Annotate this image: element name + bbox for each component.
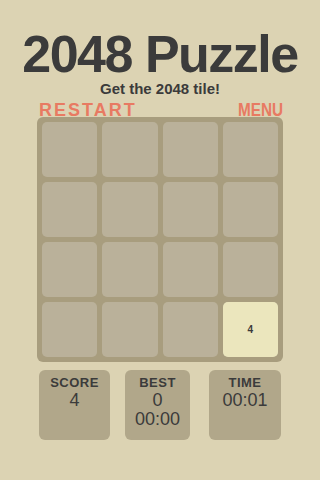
grid-cell (42, 122, 97, 177)
grid-cell (163, 182, 218, 237)
grid-cell (223, 182, 278, 237)
best-score-value: 0 (125, 391, 190, 410)
grid-cell (223, 122, 278, 177)
grid-cell (42, 302, 97, 357)
game-board[interactable]: 4 (37, 117, 283, 362)
page-subtitle: Get the 2048 tile! (0, 81, 320, 96)
best-box: BEST 0 00:00 (125, 370, 190, 440)
grid-cell (42, 242, 97, 297)
tile-4: 4 (223, 302, 278, 357)
best-time-value: 00:00 (125, 410, 190, 429)
grid-cell (163, 122, 218, 177)
score-box: SCORE 4 (39, 370, 110, 440)
page-title: 2048 Puzzle (0, 28, 320, 80)
score-value: 4 (39, 391, 110, 410)
grid-cell (102, 242, 157, 297)
score-label: SCORE (39, 375, 110, 391)
grid-cell (163, 302, 218, 357)
grid-cell (163, 242, 218, 297)
time-value: 00:01 (209, 391, 281, 410)
best-label: BEST (125, 375, 190, 391)
time-box: TIME 00:01 (209, 370, 281, 440)
grid-cell: 4 (223, 302, 278, 357)
time-label: TIME (209, 375, 281, 391)
grid-cell (42, 182, 97, 237)
grid-cell (102, 122, 157, 177)
grid-cell (102, 302, 157, 357)
grid-cell (223, 242, 278, 297)
grid-cell (102, 182, 157, 237)
